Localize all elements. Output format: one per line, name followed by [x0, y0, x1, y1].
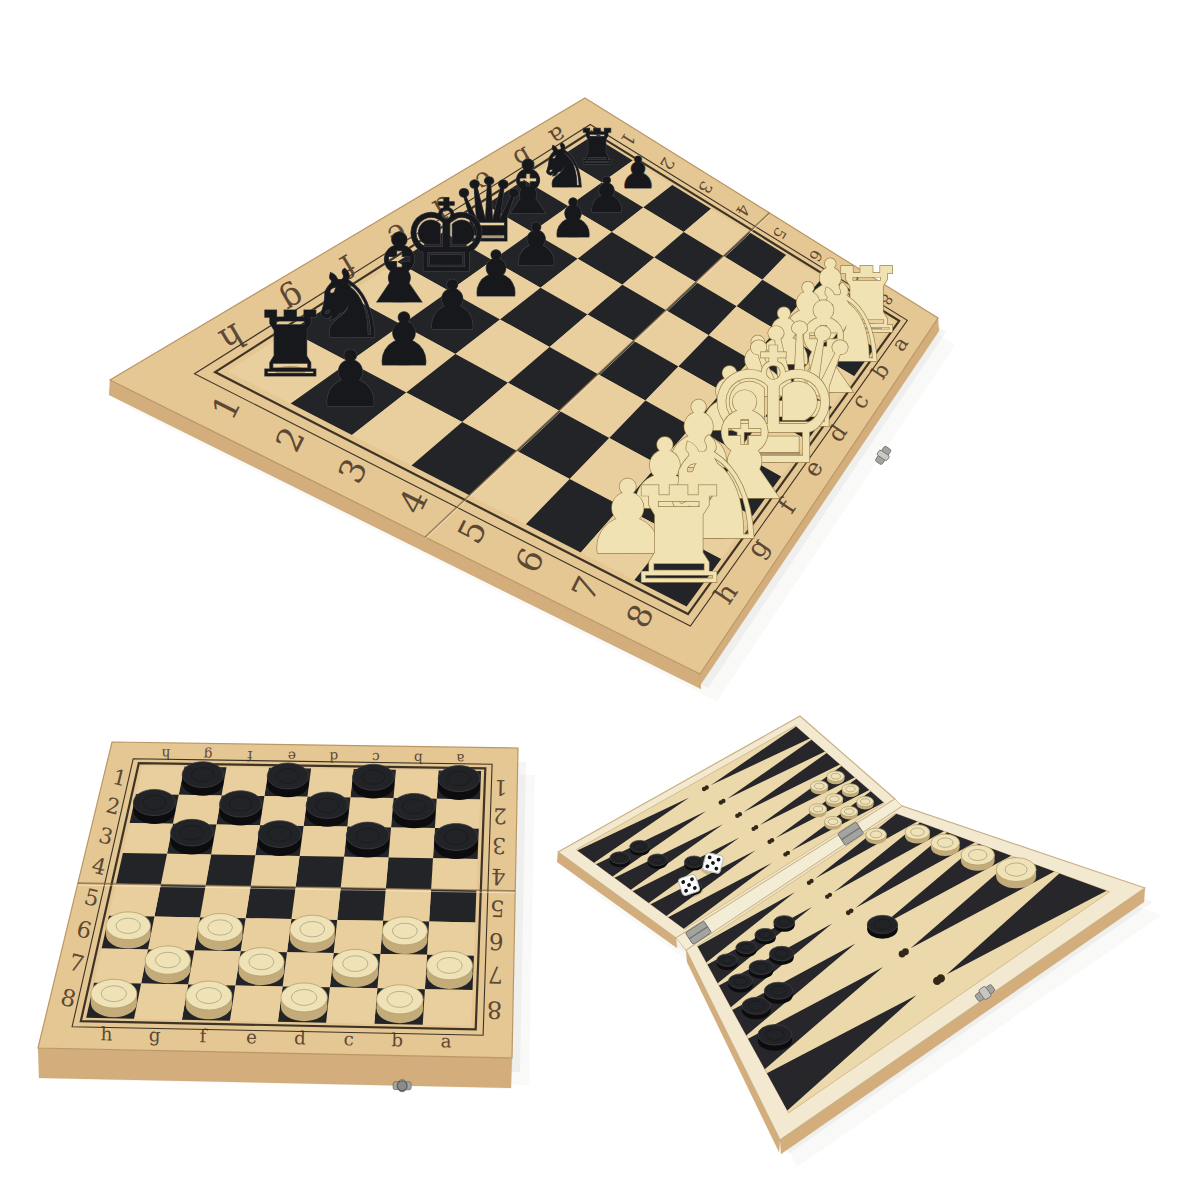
- draughts-square: [341, 857, 389, 889]
- draughts-man-white[interactable]: [186, 981, 232, 1019]
- backgammon-checker-black[interactable]: [749, 960, 773, 979]
- draughts-man-black[interactable]: [438, 766, 480, 800]
- draughts-square: [206, 855, 256, 887]
- draughts-file-label: g: [203, 747, 212, 763]
- backgammon-checker-white[interactable]: [826, 794, 843, 807]
- draughts-square: [241, 918, 292, 952]
- chess-piece-black-p[interactable]: ♟: [316, 334, 386, 424]
- peg-hole: [933, 977, 941, 985]
- backgammon-board: [557, 716, 1162, 1167]
- draughts-file-label: e: [246, 1026, 257, 1047]
- draughts-square: [161, 854, 211, 886]
- draughts-rank-label: 3: [492, 833, 506, 858]
- draughts-square: [246, 886, 296, 919]
- draughts-square: [337, 888, 386, 921]
- backgammon-checker-black[interactable]: [717, 954, 738, 970]
- backgammon-checker-black[interactable]: [684, 856, 703, 871]
- draughts-man-white[interactable]: [332, 949, 378, 987]
- peg-hole: [899, 951, 906, 958]
- draughts-square: [429, 889, 476, 922]
- backgammon-checker-black[interactable]: [774, 916, 795, 932]
- backgammon-checker-white[interactable]: [841, 806, 858, 819]
- draughts-file-label: a: [456, 751, 464, 767]
- draughts-man-black[interactable]: [182, 762, 223, 796]
- draughts-man-white[interactable]: [239, 948, 285, 986]
- draughts-file-label: c: [372, 750, 380, 766]
- draughts-square: [200, 885, 251, 918]
- peg-hole: [825, 894, 829, 898]
- draughts-square: [123, 823, 173, 854]
- draughts-file-label: g: [149, 1024, 161, 1045]
- backgammon-checker-black[interactable]: [742, 997, 770, 1019]
- draughts-file-label: c: [343, 1028, 354, 1049]
- draughts-man-white[interactable]: [427, 951, 473, 989]
- draughts-square: [148, 917, 200, 951]
- draughts-square: [377, 954, 427, 989]
- draughts-file-label: h: [100, 1023, 112, 1044]
- draughts-square: [154, 885, 205, 918]
- draughts-man-black[interactable]: [435, 824, 478, 859]
- chess-piece-white-r[interactable]: ♜: [620, 459, 739, 613]
- backgammon-checker-white[interactable]: [866, 828, 887, 844]
- draughts-square: [251, 855, 300, 887]
- draughts-square: [431, 858, 478, 890]
- draughts-file-label: h: [161, 746, 170, 762]
- peg-hole: [783, 852, 787, 856]
- backgammon-checker-black[interactable]: [770, 946, 794, 965]
- draughts-square: [389, 827, 435, 858]
- draughts-man-black[interactable]: [133, 789, 175, 823]
- draughts-rank-label: 1: [494, 775, 508, 800]
- draughts-square: [188, 950, 241, 985]
- backgammon-checker-black[interactable]: [736, 941, 757, 957]
- draughts-file-label: e: [288, 749, 296, 765]
- draughts-rank-label: 4: [491, 864, 506, 890]
- draughts-man-black[interactable]: [393, 793, 435, 828]
- draughts-man-black[interactable]: [220, 791, 262, 826]
- draughts-square: [283, 952, 334, 987]
- backgammon-checker-white[interactable]: [842, 784, 859, 797]
- draughts-man-black[interactable]: [346, 822, 389, 857]
- draughts-man-white[interactable]: [281, 983, 327, 1021]
- draughts-file-label: b: [391, 1029, 403, 1050]
- backgammon-checker-black[interactable]: [610, 852, 630, 867]
- scene-canvas: 11aa22bb33cc44dd55ee66ff77gg88hh♜♞♟♝♟♛♟♚…: [0, 0, 1200, 1200]
- draughts-square: [334, 920, 384, 954]
- backgammon-checker-black[interactable]: [728, 974, 752, 993]
- draughts-man-white[interactable]: [91, 979, 137, 1017]
- backgammon-checker-black[interactable]: [630, 840, 650, 855]
- draughts-file-label: b: [413, 751, 422, 767]
- draughts-square: [427, 922, 475, 956]
- draughts-square: [386, 858, 433, 890]
- draughts-square: [296, 856, 344, 888]
- backgammon-checker-black[interactable]: [764, 982, 792, 1004]
- draughts-man-white[interactable]: [382, 917, 427, 954]
- draughts-rank-label: 2: [493, 803, 507, 828]
- backgammon-checker-black[interactable]: [755, 928, 776, 944]
- draughts-man-black[interactable]: [171, 819, 214, 854]
- product-photo: 11aa22bb33cc44dd55ee66ff77gg88hh♜♞♟♝♟♛♟♚…: [0, 0, 1200, 1200]
- backgammon-checker-white[interactable]: [809, 804, 826, 817]
- draughts-man-black[interactable]: [267, 763, 308, 797]
- peg-hole: [767, 840, 771, 844]
- draughts-square: [134, 984, 188, 1020]
- peg-hole: [702, 787, 706, 791]
- draughts-rank-label: 5: [490, 895, 505, 921]
- peg-hole: [751, 827, 755, 831]
- draughts-rank-label: 6: [489, 928, 504, 954]
- peg-hole: [846, 910, 851, 915]
- backgammon-checker-white[interactable]: [996, 858, 1036, 889]
- backgammon-checker-white[interactable]: [857, 797, 874, 810]
- draughts-square: [300, 826, 348, 857]
- draughts-board: 11aa22bb33cc44dd55ee66ff77gg88hh: [38, 742, 535, 1092]
- backgammon-checker-white[interactable]: [905, 825, 930, 844]
- backgammon-checker-white[interactable]: [931, 834, 960, 856]
- draughts-square: [116, 853, 167, 885]
- draughts-square: [211, 825, 260, 856]
- draughts-man-black[interactable]: [306, 792, 348, 827]
- peg-hole: [735, 814, 739, 818]
- draughts-rank-label: 8: [487, 996, 503, 1024]
- draughts-man-white[interactable]: [198, 914, 243, 951]
- draughts-square: [423, 989, 473, 1025]
- draughts-man-white[interactable]: [290, 915, 335, 952]
- draughts-square: [326, 987, 377, 1023]
- chess-board: 11aa22bb33cc44dd55ee66ff77gg88hh♜♞♟♝♟♛♟♚…: [109, 98, 955, 701]
- backgammon-checker-white[interactable]: [811, 781, 828, 794]
- backgammon-checker-white[interactable]: [824, 816, 841, 829]
- backgammon-checker-black[interactable]: [867, 915, 897, 938]
- draughts-file-label: a: [440, 1030, 451, 1051]
- draughts-rank-label: 7: [488, 961, 503, 989]
- draughts-man-white[interactable]: [106, 912, 151, 949]
- draughts-man-black[interactable]: [353, 764, 395, 798]
- backgammon-checker-black[interactable]: [758, 1025, 792, 1051]
- backgammon-checker-white[interactable]: [961, 845, 995, 871]
- draughts-square: [94, 949, 148, 984]
- draughts-man-white[interactable]: [377, 985, 424, 1023]
- peg-hole: [807, 880, 811, 884]
- backgammon-checker-black[interactable]: [648, 854, 667, 869]
- peg-hole: [719, 800, 723, 804]
- draughts-square: [230, 986, 283, 1022]
- draughts-file-label: d: [329, 749, 338, 765]
- backgammon-checker-white[interactable]: [827, 771, 844, 784]
- draughts-square: [109, 884, 161, 917]
- draughts-man-white[interactable]: [145, 946, 190, 983]
- draughts-man-black[interactable]: [258, 821, 301, 856]
- draughts-file-label: d: [294, 1027, 306, 1048]
